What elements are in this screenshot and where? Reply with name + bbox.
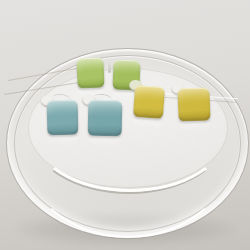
earring-reflection: [49, 135, 76, 146]
ceramic-square-tile-teal-blue: [47, 100, 79, 136]
earring-green-left: [76, 58, 104, 89]
ceramic-square-tile-mustard-yellow: [133, 85, 165, 119]
earring-blue-left: [47, 100, 79, 136]
ceramic-square-tile-yellow-green: [76, 58, 104, 89]
earring-reflection: [134, 117, 161, 130]
ceramic-square-tile-mustard-yellow: [177, 87, 210, 121]
earring-reflection: [181, 121, 209, 133]
earring-yellow-left: [133, 85, 165, 119]
ceramic-square-tile-teal-blue: [88, 100, 123, 137]
earring-blue-right: [88, 100, 123, 137]
earring-reflection: [89, 136, 119, 148]
photo-canvas: [0, 0, 250, 250]
earring-yellow-right: [177, 87, 210, 121]
earrings-layer: [0, 0, 250, 250]
